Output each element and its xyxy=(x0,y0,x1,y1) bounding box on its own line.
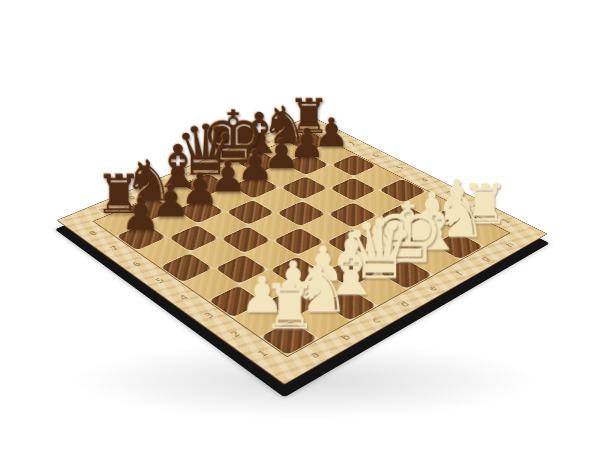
white-rook-glyph: ♜ xyxy=(226,210,352,339)
coord-label-f: f xyxy=(237,150,245,154)
piece-white-rook-a1: ♜ xyxy=(259,321,319,358)
chess-set-photo: 88aa77bb66cc55dd44ee33ff22gg11hh ♜♞♝♛♚♝♞… xyxy=(0,0,600,451)
coord-label-8: 8 xyxy=(325,130,335,135)
coord-label-e: e xyxy=(210,160,220,165)
pieces-layer: ♜♞♝♛♚♝♞♜♟♟♟♟♟♟♟♟♟♟♟♟♟♟♟♟♜♞♝♛♚♝♞♜ xyxy=(56,116,548,385)
scene: 88aa77bb66cc55dd44ee33ff22gg11hh ♜♞♝♛♚♝♞… xyxy=(0,0,600,451)
black-pawn-glyph: ♟ xyxy=(84,123,195,236)
coord-label-h: h xyxy=(286,129,296,134)
coord-label-g: g xyxy=(262,139,272,144)
chessboard: 88aa77bb66cc55dd44ee33ff22gg11hh ♜♞♝♛♚♝♞… xyxy=(56,116,548,385)
piece-black-pawn-a7: ♟ xyxy=(114,223,167,251)
